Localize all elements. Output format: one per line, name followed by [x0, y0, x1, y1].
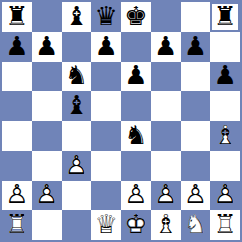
square-a4[interactable]: [2, 121, 32, 151]
square-b7[interactable]: ♟: [32, 32, 62, 62]
square-f1[interactable]: ♝♗: [151, 210, 181, 240]
square-g6[interactable]: [181, 62, 211, 92]
square-c4[interactable]: [62, 121, 92, 151]
square-h3[interactable]: [210, 151, 240, 181]
square-a7[interactable]: ♟: [2, 32, 32, 62]
square-e8[interactable]: ♚: [121, 2, 151, 32]
black-rook[interactable]: ♜: [2, 2, 32, 32]
square-d3[interactable]: [91, 151, 121, 181]
black-knight[interactable]: ♞: [121, 121, 151, 151]
square-h2[interactable]: ♟♙: [210, 181, 240, 211]
white-knight[interactable]: ♞♘: [181, 210, 211, 240]
square-d7[interactable]: ♟: [91, 32, 121, 62]
white-pawn[interactable]: ♟♙: [121, 181, 151, 211]
square-h8[interactable]: ♜: [210, 2, 240, 32]
square-c6[interactable]: ♞: [62, 62, 92, 92]
square-d5[interactable]: [91, 91, 121, 121]
black-queen[interactable]: ♛: [91, 2, 121, 32]
black-pawn[interactable]: ♟: [210, 62, 240, 92]
square-f3[interactable]: [151, 151, 181, 181]
white-rook[interactable]: ♜♖: [2, 210, 32, 240]
square-f2[interactable]: ♟♙: [151, 181, 181, 211]
square-d1[interactable]: ♛♕: [91, 210, 121, 240]
square-f4[interactable]: [151, 121, 181, 151]
square-b2[interactable]: ♟♙: [32, 181, 62, 211]
square-d2[interactable]: [91, 181, 121, 211]
square-a1[interactable]: ♜♖: [2, 210, 32, 240]
white-bishop[interactable]: ♝♗: [151, 210, 181, 240]
square-e1[interactable]: ♚♔: [121, 210, 151, 240]
square-g4[interactable]: [181, 121, 211, 151]
square-e5[interactable]: [121, 91, 151, 121]
square-e6[interactable]: ♟: [121, 62, 151, 92]
square-d6[interactable]: [91, 62, 121, 92]
white-pawn[interactable]: ♟♙: [2, 181, 32, 211]
square-f7[interactable]: ♟: [151, 32, 181, 62]
black-pawn[interactable]: ♟: [32, 32, 62, 62]
square-e7[interactable]: [121, 32, 151, 62]
white-queen[interactable]: ♛♕: [91, 210, 121, 240]
black-pawn[interactable]: ♟: [121, 62, 151, 92]
square-d4[interactable]: [91, 121, 121, 151]
square-a5[interactable]: [2, 91, 32, 121]
square-c2[interactable]: [62, 181, 92, 211]
square-c7[interactable]: [62, 32, 92, 62]
square-g8[interactable]: [181, 2, 211, 32]
white-bishop[interactable]: ♝♗: [210, 121, 240, 151]
square-f5[interactable]: [151, 91, 181, 121]
square-b5[interactable]: [32, 91, 62, 121]
square-a8[interactable]: ♜: [2, 2, 32, 32]
white-pawn[interactable]: ♟♙: [62, 151, 92, 181]
black-bishop[interactable]: ♝: [62, 2, 92, 32]
chess-board: ♜♝♛♚♜♟♟♟♟♟♞♟♟♝♞♝♗♟♙♟♙♟♙♟♙♟♙♟♙♟♙♜♖♛♕♚♔♝♗♞…: [0, 0, 242, 242]
square-b1[interactable]: [32, 210, 62, 240]
square-f6[interactable]: [151, 62, 181, 92]
square-h6[interactable]: ♟: [210, 62, 240, 92]
black-bishop[interactable]: ♝: [62, 91, 92, 121]
black-pawn[interactable]: ♟: [91, 32, 121, 62]
square-b4[interactable]: [32, 121, 62, 151]
square-a6[interactable]: [2, 62, 32, 92]
black-pawn[interactable]: ♟: [181, 32, 211, 62]
black-knight[interactable]: ♞: [62, 62, 92, 92]
square-h7[interactable]: [210, 32, 240, 62]
white-king[interactable]: ♚♔: [121, 210, 151, 240]
square-b8[interactable]: [32, 2, 62, 32]
square-a3[interactable]: [2, 151, 32, 181]
square-h4[interactable]: ♝♗: [210, 121, 240, 151]
square-b6[interactable]: [32, 62, 62, 92]
square-c5[interactable]: ♝: [62, 91, 92, 121]
square-g5[interactable]: [181, 91, 211, 121]
square-f8[interactable]: [151, 2, 181, 32]
square-e3[interactable]: [121, 151, 151, 181]
square-b3[interactable]: [32, 151, 62, 181]
square-d8[interactable]: ♛: [91, 2, 121, 32]
white-pawn[interactable]: ♟♙: [151, 181, 181, 211]
square-c3[interactable]: ♟♙: [62, 151, 92, 181]
square-a2[interactable]: ♟♙: [2, 181, 32, 211]
square-e2[interactable]: ♟♙: [121, 181, 151, 211]
square-g7[interactable]: ♟: [181, 32, 211, 62]
white-pawn[interactable]: ♟♙: [210, 181, 240, 211]
square-c8[interactable]: ♝: [62, 2, 92, 32]
black-pawn[interactable]: ♟: [2, 32, 32, 62]
square-g2[interactable]: ♟♙: [181, 181, 211, 211]
white-pawn[interactable]: ♟♙: [32, 181, 62, 211]
square-g3[interactable]: [181, 151, 211, 181]
black-pawn[interactable]: ♟: [151, 32, 181, 62]
square-h1[interactable]: ♜♖: [210, 210, 240, 240]
black-rook[interactable]: ♜: [210, 2, 240, 32]
white-rook[interactable]: ♜♖: [210, 210, 240, 240]
square-c1[interactable]: [62, 210, 92, 240]
square-g1[interactable]: ♞♘: [181, 210, 211, 240]
square-e4[interactable]: ♞: [121, 121, 151, 151]
black-king[interactable]: ♚: [121, 2, 151, 32]
square-h5[interactable]: [210, 91, 240, 121]
white-pawn[interactable]: ♟♙: [181, 181, 211, 211]
